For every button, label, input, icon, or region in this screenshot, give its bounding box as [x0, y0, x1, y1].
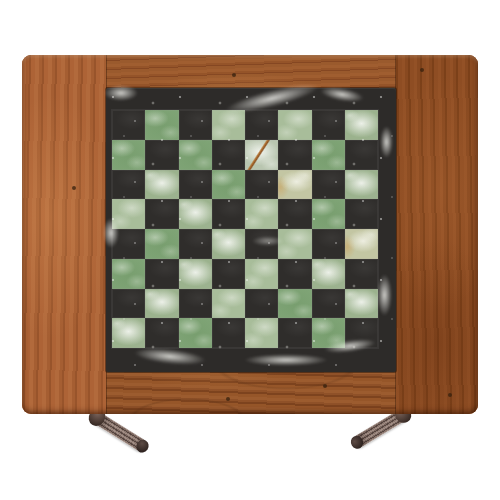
square-e1[interactable] [245, 318, 278, 348]
square-e6[interactable] [245, 170, 278, 200]
square-a3[interactable] [112, 259, 145, 289]
square-c2[interactable] [179, 289, 212, 319]
square-d5[interactable] [212, 199, 245, 229]
square-a1[interactable] [112, 318, 145, 348]
square-h6[interactable] [345, 170, 378, 200]
wood-knot [323, 384, 327, 388]
square-b1[interactable] [145, 318, 178, 348]
square-h4[interactable] [345, 229, 378, 259]
square-a2[interactable] [112, 289, 145, 319]
square-b8[interactable] [145, 110, 178, 140]
square-a6[interactable] [112, 170, 145, 200]
square-h7[interactable] [345, 140, 378, 170]
square-e2[interactable] [245, 289, 278, 319]
square-f1[interactable] [278, 318, 311, 348]
square-g5[interactable] [312, 199, 345, 229]
square-h1[interactable] [345, 318, 378, 348]
square-g1[interactable] [312, 318, 345, 348]
square-h5[interactable] [345, 199, 378, 229]
marble-vein [104, 85, 138, 101]
square-b7[interactable] [145, 140, 178, 170]
square-h3[interactable] [345, 259, 378, 289]
square-h8[interactable] [345, 110, 378, 140]
square-c8[interactable] [179, 110, 212, 140]
square-h2[interactable] [345, 289, 378, 319]
square-c5[interactable] [179, 199, 212, 229]
square-f5[interactable] [278, 199, 311, 229]
square-g8[interactable] [312, 110, 345, 140]
square-c6[interactable] [179, 170, 212, 200]
photo-background [0, 0, 500, 500]
wood-knot [226, 397, 230, 401]
tabletop-top-rail [106, 55, 396, 88]
wood-knot [420, 68, 424, 72]
square-a7[interactable] [112, 140, 145, 170]
wood-knot [232, 73, 236, 77]
square-g6[interactable] [312, 170, 345, 200]
square-g2[interactable] [312, 289, 345, 319]
square-d4[interactable] [212, 229, 245, 259]
games-table-top [22, 55, 478, 414]
square-c1[interactable] [179, 318, 212, 348]
marble-vein [133, 345, 206, 367]
square-a5[interactable] [112, 199, 145, 229]
square-c3[interactable] [179, 259, 212, 289]
square-g4[interactable] [312, 229, 345, 259]
chessboard-slab [106, 88, 396, 372]
square-d2[interactable] [212, 289, 245, 319]
chessboard [112, 110, 378, 348]
square-a4[interactable] [112, 229, 145, 259]
marble-vein [319, 84, 365, 104]
wood-knot [448, 393, 452, 397]
square-c4[interactable] [179, 229, 212, 259]
table-leg-left [92, 411, 150, 454]
square-g7[interactable] [312, 140, 345, 170]
square-f8[interactable] [278, 110, 311, 140]
square-b6[interactable] [145, 170, 178, 200]
square-f4[interactable] [278, 229, 311, 259]
square-f3[interactable] [278, 259, 311, 289]
square-f6[interactable] [278, 170, 311, 200]
square-b4[interactable] [145, 229, 178, 259]
square-d8[interactable] [212, 110, 245, 140]
square-b2[interactable] [145, 289, 178, 319]
square-f7[interactable] [278, 140, 311, 170]
square-e4[interactable] [245, 229, 278, 259]
square-e5[interactable] [245, 199, 278, 229]
square-b5[interactable] [145, 199, 178, 229]
marble-vein [380, 126, 393, 158]
marble-vein [377, 274, 392, 316]
tabletop-right-board [396, 55, 478, 414]
square-d3[interactable] [212, 259, 245, 289]
wood-knot [72, 186, 76, 190]
square-e7[interactable] [245, 140, 278, 170]
tabletop-bottom-rail [106, 372, 396, 414]
square-g3[interactable] [312, 259, 345, 289]
tabletop-left-board [22, 55, 106, 414]
square-e8[interactable] [245, 110, 278, 140]
square-b3[interactable] [145, 259, 178, 289]
square-d7[interactable] [212, 140, 245, 170]
square-a8[interactable] [112, 110, 145, 140]
square-f2[interactable] [278, 289, 311, 319]
marble-vein [244, 354, 328, 366]
table-leg-right [350, 408, 408, 450]
square-d1[interactable] [212, 318, 245, 348]
square-e3[interactable] [245, 259, 278, 289]
square-d6[interactable] [212, 170, 245, 200]
square-c7[interactable] [179, 140, 212, 170]
